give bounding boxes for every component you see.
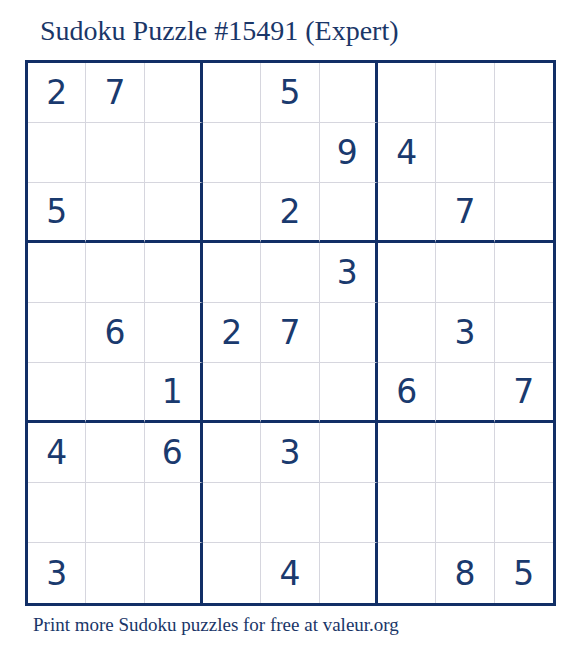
cell-r3c5[interactable]: 2 — [261, 183, 319, 243]
cell-r6c1[interactable] — [28, 363, 86, 423]
cell-r5c8[interactable]: 3 — [436, 303, 494, 363]
cell-r8c7[interactable] — [378, 483, 436, 543]
cell-r3c1[interactable]: 5 — [28, 183, 86, 243]
cell-r2c2[interactable] — [86, 123, 144, 183]
cell-r6c2[interactable] — [86, 363, 144, 423]
cell-r9c7[interactable] — [378, 543, 436, 603]
cell-r4c8[interactable] — [436, 243, 494, 303]
cell-r5c6[interactable] — [320, 303, 378, 363]
cell-r5c9[interactable] — [495, 303, 553, 363]
cell-r7c2[interactable] — [86, 423, 144, 483]
cell-r2c8[interactable] — [436, 123, 494, 183]
cell-r8c5[interactable] — [261, 483, 319, 543]
cell-r7c6[interactable] — [320, 423, 378, 483]
cell-r3c6[interactable] — [320, 183, 378, 243]
cell-r1c3[interactable] — [145, 63, 203, 123]
cell-r9c8[interactable]: 8 — [436, 543, 494, 603]
cell-r8c9[interactable] — [495, 483, 553, 543]
cell-r7c8[interactable] — [436, 423, 494, 483]
cell-r2c3[interactable] — [145, 123, 203, 183]
cell-r8c1[interactable] — [28, 483, 86, 543]
cell-r7c1[interactable]: 4 — [28, 423, 86, 483]
cell-r2c1[interactable] — [28, 123, 86, 183]
cell-r7c9[interactable] — [495, 423, 553, 483]
cell-r1c7[interactable] — [378, 63, 436, 123]
cell-r5c3[interactable] — [145, 303, 203, 363]
cell-r9c9[interactable]: 5 — [495, 543, 553, 603]
cell-r3c9[interactable] — [495, 183, 553, 243]
cell-r4c5[interactable] — [261, 243, 319, 303]
cell-r3c3[interactable] — [145, 183, 203, 243]
cell-r4c4[interactable] — [203, 243, 261, 303]
cell-r3c8[interactable]: 7 — [436, 183, 494, 243]
cell-r1c4[interactable] — [203, 63, 261, 123]
cell-r5c1[interactable] — [28, 303, 86, 363]
cell-r2c5[interactable] — [261, 123, 319, 183]
cell-r9c4[interactable] — [203, 543, 261, 603]
cell-r6c5[interactable] — [261, 363, 319, 423]
cell-r7c5[interactable]: 3 — [261, 423, 319, 483]
cell-r1c1[interactable]: 2 — [28, 63, 86, 123]
sudoku-grid: 27594527362731674633485 — [25, 60, 556, 606]
page-title: Sudoku Puzzle #15491 (Expert) — [40, 14, 399, 48]
cell-r5c5[interactable]: 7 — [261, 303, 319, 363]
cell-r2c7[interactable]: 4 — [378, 123, 436, 183]
cell-r6c6[interactable] — [320, 363, 378, 423]
cell-r8c4[interactable] — [203, 483, 261, 543]
cell-r3c2[interactable] — [86, 183, 144, 243]
cell-r3c7[interactable] — [378, 183, 436, 243]
cell-r4c1[interactable] — [28, 243, 86, 303]
cell-r6c3[interactable]: 1 — [145, 363, 203, 423]
cell-r3c4[interactable] — [203, 183, 261, 243]
cell-r8c2[interactable] — [86, 483, 144, 543]
cell-r9c1[interactable]: 3 — [28, 543, 86, 603]
cell-r7c7[interactable] — [378, 423, 436, 483]
cell-r9c3[interactable] — [145, 543, 203, 603]
cell-r2c4[interactable] — [203, 123, 261, 183]
cell-r1c6[interactable] — [320, 63, 378, 123]
cell-r9c5[interactable]: 4 — [261, 543, 319, 603]
cell-r4c3[interactable] — [145, 243, 203, 303]
cell-r6c4[interactable] — [203, 363, 261, 423]
cell-r5c7[interactable] — [378, 303, 436, 363]
cell-r9c6[interactable] — [320, 543, 378, 603]
cell-r6c7[interactable]: 6 — [378, 363, 436, 423]
cell-r1c9[interactable] — [495, 63, 553, 123]
cell-r7c4[interactable] — [203, 423, 261, 483]
cell-r6c9[interactable]: 7 — [495, 363, 553, 423]
cell-r8c8[interactable] — [436, 483, 494, 543]
cell-r8c3[interactable] — [145, 483, 203, 543]
footer-note: Print more Sudoku puzzles for free at va… — [33, 612, 399, 638]
cell-r5c4[interactable]: 2 — [203, 303, 261, 363]
cell-r1c5[interactable]: 5 — [261, 63, 319, 123]
cell-r1c2[interactable]: 7 — [86, 63, 144, 123]
cell-r9c2[interactable] — [86, 543, 144, 603]
cell-r4c7[interactable] — [378, 243, 436, 303]
cell-r8c6[interactable] — [320, 483, 378, 543]
cell-r1c8[interactable] — [436, 63, 494, 123]
cell-r4c9[interactable] — [495, 243, 553, 303]
cell-r4c6[interactable]: 3 — [320, 243, 378, 303]
cell-r4c2[interactable] — [86, 243, 144, 303]
cell-r2c9[interactable] — [495, 123, 553, 183]
cell-r7c3[interactable]: 6 — [145, 423, 203, 483]
cell-r6c8[interactable] — [436, 363, 494, 423]
cell-r5c2[interactable]: 6 — [86, 303, 144, 363]
cell-r2c6[interactable]: 9 — [320, 123, 378, 183]
